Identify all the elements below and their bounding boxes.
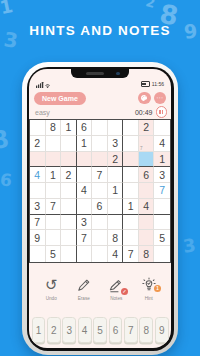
given-digit: 4 [143, 201, 149, 211]
given-digit: 7 [50, 201, 56, 211]
cell-r2c7[interactable] [123, 136, 139, 152]
given-digit: 2 [112, 154, 118, 164]
cell-r5c6[interactable]: 1 [108, 183, 124, 199]
given-digit: 3 [159, 170, 165, 180]
cell-r2c4[interactable]: 1 [77, 136, 93, 152]
hint-button[interactable]: 1 Hint [136, 276, 162, 301]
user-digit: 7 [159, 185, 165, 195]
pause-button[interactable] [156, 106, 168, 118]
user-digit: 4 [34, 170, 40, 180]
cell-r3c3[interactable] [61, 152, 77, 168]
cell-r8c4[interactable]: 7 [77, 230, 93, 246]
bg-digit: 8 [0, 125, 11, 155]
numpad-7[interactable]: 7 [124, 317, 138, 343]
bg-digit: 6 [0, 169, 13, 190]
cell-r8c7[interactable] [123, 230, 139, 246]
cell-r2c1[interactable]: 2 [30, 136, 46, 152]
cell-r4c3[interactable]: 2 [61, 167, 77, 183]
cell-r5c1[interactable] [30, 183, 46, 199]
cell-r7c8[interactable] [139, 215, 155, 231]
cell-r9c2[interactable]: 5 [46, 246, 62, 262]
given-digit: 2 [65, 170, 71, 180]
numpad-2[interactable]: 2 [47, 317, 61, 343]
cell-r2c8[interactable]: 7 [139, 136, 155, 152]
cell-r8c8[interactable] [139, 230, 155, 246]
difficulty-label: easy [35, 109, 50, 116]
cell-r7c5[interactable] [92, 215, 108, 231]
cell-r8c5[interactable] [92, 230, 108, 246]
cell-r6c5[interactable]: 6 [92, 199, 108, 215]
page-title: HINTS AND NOTES [0, 23, 200, 38]
cell-r6c2[interactable]: 7 [46, 199, 62, 215]
cell-r1c6[interactable] [108, 120, 124, 136]
speaker-slit [86, 72, 104, 75]
cell-r1c2[interactable]: 8 [46, 120, 62, 136]
phone-bezel: 11:56 New Game ⋯ easy [27, 67, 174, 351]
cell-r9c6[interactable]: 4 [108, 246, 124, 262]
sudoku-grid: 81622137421412763417376147397855478 [29, 119, 171, 263]
cell-r5c2[interactable] [46, 183, 62, 199]
cell-r3c4[interactable] [77, 152, 93, 168]
given-digit: 3 [81, 217, 87, 227]
cell-r5c8[interactable] [139, 183, 155, 199]
cell-r8c2[interactable] [46, 230, 62, 246]
erase-button[interactable]: Erase [71, 276, 97, 301]
undo-label: Undo [46, 296, 57, 301]
cell-r6c9[interactable] [154, 199, 170, 215]
phone-mockup: 11:56 New Game ⋯ easy [22, 62, 178, 355]
cell-r2c6[interactable]: 3 [108, 136, 124, 152]
bg-digit: 3 [182, 234, 197, 257]
notes-on-badge: ✓ [121, 288, 129, 296]
given-digit: 9 [34, 233, 40, 243]
cell-r6c8[interactable]: 4 [139, 199, 155, 215]
cell-r1c3[interactable]: 1 [61, 120, 77, 136]
cell-r9c7[interactable]: 7 [123, 246, 139, 262]
cell-r3c8[interactable] [139, 152, 155, 168]
hint-count-badge: 1 [154, 285, 162, 293]
action-bar: ↺ Undo Erase [35, 276, 165, 301]
cell-r1c4[interactable]: 6 [77, 120, 93, 136]
number-pad: 123456789 [32, 317, 169, 343]
given-digit: 4 [81, 185, 87, 195]
cell-r1c1[interactable] [30, 120, 46, 136]
theme-palette-button[interactable] [138, 92, 151, 105]
cell-r2c9[interactable]: 4 [154, 136, 170, 152]
cell-r5c7[interactable] [123, 183, 139, 199]
cell-r8c3[interactable] [61, 230, 77, 246]
cell-r2c5[interactable] [92, 136, 108, 152]
battery-icon [141, 81, 150, 87]
cell-r7c7[interactable] [123, 215, 139, 231]
cell-r6c7[interactable]: 1 [123, 199, 139, 215]
notes-label: Notes [110, 296, 122, 301]
cell-r1c9[interactable] [154, 120, 170, 136]
given-digit: 8 [50, 122, 56, 132]
given-digit: 7 [81, 233, 87, 243]
given-digit: 8 [143, 249, 149, 259]
cell-r7c1[interactable]: 7 [30, 215, 46, 231]
cell-r5c4[interactable]: 4 [77, 183, 93, 199]
signal-wifi-icon [36, 81, 51, 88]
cell-r4c7[interactable] [123, 167, 139, 183]
cell-r9c8[interactable]: 8 [139, 246, 155, 262]
numpad-9[interactable]: 9 [155, 317, 169, 343]
cell-r3c1[interactable] [30, 152, 46, 168]
hint-label: Hint [145, 296, 153, 301]
cell-r1c7[interactable] [123, 120, 139, 136]
meta-row: easy 00:49 [35, 106, 167, 118]
given-digit: 6 [81, 122, 87, 132]
cell-r5c9[interactable]: 7 [154, 183, 170, 199]
given-digit: 2 [34, 138, 40, 148]
numpad-5[interactable]: 5 [93, 317, 107, 343]
cell-r1c8[interactable]: 2 [139, 120, 155, 136]
phone-screen: 11:56 New Game ⋯ easy [29, 69, 171, 348]
given-digit: 4 [112, 249, 118, 259]
cell-r2c3[interactable] [61, 136, 77, 152]
given-digit: 7 [34, 217, 40, 227]
given-digit: 1 [128, 201, 134, 211]
status-bar: 11:56 [36, 80, 164, 88]
given-digit: 3 [112, 138, 118, 148]
erase-label: Erase [78, 296, 90, 301]
cell-r8c9[interactable]: 5 [154, 230, 170, 246]
given-digit: 8 [112, 233, 118, 243]
cell-r4c4[interactable] [77, 167, 93, 183]
cell-r9c3[interactable] [61, 246, 77, 262]
given-digit: 5 [159, 233, 165, 243]
given-digit: 1 [81, 138, 87, 148]
cell-r8c1[interactable]: 9 [30, 230, 46, 246]
cell-r4c1[interactable]: 4 [30, 167, 46, 183]
palette-icon [140, 94, 148, 102]
bg-digit: 1 [0, 0, 15, 18]
cell-r2c2[interactable] [46, 136, 62, 152]
cell-r7c6[interactable] [108, 215, 124, 231]
more-options-button[interactable]: ⋯ [154, 92, 167, 105]
given-digit: 6 [143, 170, 149, 180]
timer-value: 00:49 [135, 109, 153, 116]
numpad-1[interactable]: 1 [32, 317, 46, 343]
cell-r6c1[interactable]: 3 [30, 199, 46, 215]
game-header: New Game ⋯ [34, 91, 166, 105]
cell-r3c5[interactable] [92, 152, 108, 168]
cell-r3c6[interactable]: 2 [108, 152, 124, 168]
ellipsis-icon: ⋯ [156, 95, 163, 101]
numpad-8[interactable]: 8 [139, 317, 153, 343]
cell-r8c6[interactable]: 8 [108, 230, 124, 246]
given-digit: 3 [34, 201, 40, 211]
cell-r4c6[interactable] [108, 167, 124, 183]
cell-r4c5[interactable]: 7 [92, 167, 108, 183]
cell-r6c6[interactable] [108, 199, 124, 215]
cell-r3c7[interactable] [123, 152, 139, 168]
cell-r7c9[interactable] [154, 215, 170, 231]
given-digit: 4 [159, 138, 165, 148]
cell-r7c2[interactable] [46, 215, 62, 231]
given-digit: 5 [50, 249, 56, 259]
cell-r4c9[interactable]: 3 [154, 167, 170, 183]
cell-r7c4[interactable]: 3 [77, 215, 93, 231]
given-digit: 2 [143, 122, 149, 132]
cell-r9c4[interactable] [77, 246, 93, 262]
cell-r9c5[interactable] [92, 246, 108, 262]
cell-r9c1[interactable] [30, 246, 46, 262]
given-digit: 6 [97, 201, 103, 211]
cell-r6c4[interactable] [77, 199, 93, 215]
cell-r7c3[interactable] [61, 215, 77, 231]
camera-dot [116, 72, 120, 76]
status-time: 11:56 [152, 81, 164, 87]
cell-r5c3[interactable] [61, 183, 77, 199]
given-digit: 1 [50, 170, 56, 180]
undo-button[interactable]: ↺ Undo [38, 276, 64, 301]
cell-r1c5[interactable] [92, 120, 108, 136]
numpad-4[interactable]: 4 [78, 317, 92, 343]
given-digit: 1 [65, 122, 71, 132]
given-digit: 1 [159, 154, 165, 164]
given-digit: 7 [97, 170, 103, 180]
phone-notch [71, 69, 129, 78]
cell-r6c3[interactable] [61, 199, 77, 215]
numpad-3[interactable]: 3 [62, 317, 76, 343]
cell-r5c5[interactable] [92, 183, 108, 199]
given-digit: 7 [128, 249, 134, 259]
cell-r9c9[interactable] [154, 246, 170, 262]
cell-r4c8[interactable]: 6 [139, 167, 155, 183]
new-game-button[interactable]: New Game [34, 92, 86, 105]
note-digit: 7 [140, 146, 143, 151]
notes-button[interactable]: ✓ Notes [103, 276, 129, 301]
undo-icon: ↺ [45, 278, 58, 293]
given-digit: 1 [112, 185, 118, 195]
eraser-icon [76, 277, 92, 293]
numpad-6[interactable]: 6 [109, 317, 123, 343]
cell-r4c2[interactable]: 1 [46, 167, 62, 183]
cell-r3c2[interactable] [46, 152, 62, 168]
bg-digit: 2 [144, 0, 156, 11]
cell-r3c9[interactable]: 1 [154, 152, 170, 168]
